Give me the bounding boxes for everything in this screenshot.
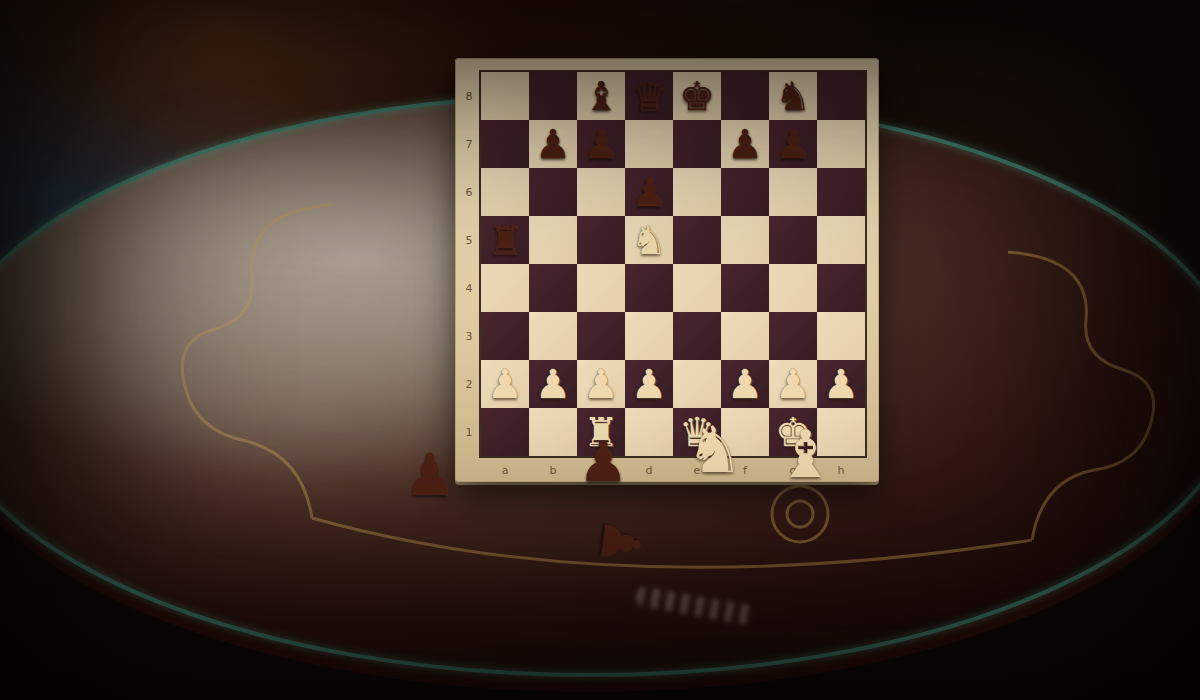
captured-white-knight: ♞ (686, 418, 743, 482)
rank-label-8: 8 (460, 72, 478, 120)
square-f4 (721, 264, 769, 312)
black-king-e8: ♚ (679, 76, 715, 116)
square-d4 (625, 264, 673, 312)
white-pawn-f2: ♟ (727, 364, 763, 404)
square-g2: ♟ (769, 360, 817, 408)
rank-label-7: 7 (460, 120, 478, 168)
captured-white-bishop: ♝ (776, 422, 835, 488)
piece-shadow (408, 498, 452, 510)
white-pawn-b2: ♟ (535, 364, 571, 404)
black-pawn-g7: ♟ (775, 124, 811, 164)
square-e7 (673, 120, 721, 168)
square-a4 (481, 264, 529, 312)
white-pawn-a2: ♟ (487, 364, 523, 404)
square-f6 (721, 168, 769, 216)
square-b5 (529, 216, 577, 264)
square-d8: ♛ (625, 72, 673, 120)
captured-black-pawn-fallen: ♟ (593, 516, 650, 569)
square-f2: ♟ (721, 360, 769, 408)
square-a7 (481, 120, 529, 168)
square-d3 (625, 312, 673, 360)
square-b6 (529, 168, 577, 216)
file-label-b: b (529, 464, 577, 477)
square-a6 (481, 168, 529, 216)
white-pawn-c2: ♟ (583, 364, 619, 404)
square-h5 (817, 216, 865, 264)
file-label-a: a (481, 464, 529, 477)
square-a8 (481, 72, 529, 120)
square-f8 (721, 72, 769, 120)
square-a3 (481, 312, 529, 360)
square-c7: ♟ (577, 120, 625, 168)
square-g6 (769, 168, 817, 216)
square-e4 (673, 264, 721, 312)
square-c4 (577, 264, 625, 312)
black-pawn-f7: ♟ (727, 124, 763, 164)
black-pawn-c7: ♟ (583, 124, 619, 164)
chessboard: ♝♛♚♞♟♟♟♟♟♜♞♟♟♟♟♟♟♟♜♛♚ (481, 72, 865, 456)
square-g4 (769, 264, 817, 312)
square-b8 (529, 72, 577, 120)
square-d2: ♟ (625, 360, 673, 408)
black-queen-d8: ♛ (631, 76, 667, 116)
square-h7 (817, 120, 865, 168)
square-e6 (673, 168, 721, 216)
square-g3 (769, 312, 817, 360)
square-d5: ♞ (625, 216, 673, 264)
rank-label-3: 3 (460, 312, 478, 360)
square-h4 (817, 264, 865, 312)
piece-shadow (691, 476, 739, 488)
square-a2: ♟ (481, 360, 529, 408)
square-c6 (577, 168, 625, 216)
scene: 87654321 abcdefgh ♝♛♚♞♟♟♟♟♟♜♞♟♟♟♟♟♟♟♜♛♚ … (0, 0, 1200, 700)
captured-black-pawn: ♟ (578, 434, 628, 490)
square-h6 (817, 168, 865, 216)
square-e2 (673, 360, 721, 408)
white-pawn-h2: ♟ (823, 364, 859, 404)
square-f5 (721, 216, 769, 264)
black-bishop-c8: ♝ (583, 76, 619, 116)
rank-label-5: 5 (460, 216, 478, 264)
square-g7: ♟ (769, 120, 817, 168)
rank-label-6: 6 (460, 168, 478, 216)
black-pawn-b7: ♟ (535, 124, 571, 164)
rank-label-1: 1 (460, 408, 478, 456)
square-a1 (481, 408, 529, 456)
piece-shadow (781, 482, 831, 494)
white-pawn-d2: ♟ (631, 364, 667, 404)
square-d1 (625, 408, 673, 456)
square-b4 (529, 264, 577, 312)
square-d7 (625, 120, 673, 168)
square-c5 (577, 216, 625, 264)
square-b3 (529, 312, 577, 360)
square-e8: ♚ (673, 72, 721, 120)
square-b2: ♟ (529, 360, 577, 408)
square-e3 (673, 312, 721, 360)
square-e5 (673, 216, 721, 264)
square-g8: ♞ (769, 72, 817, 120)
rank-label-4: 4 (460, 264, 478, 312)
square-b1 (529, 408, 577, 456)
black-pawn-d6: ♟ (631, 172, 667, 212)
square-h3 (817, 312, 865, 360)
square-d6: ♟ (625, 168, 673, 216)
captured-black-pawn: ♟ (404, 446, 456, 504)
square-f7: ♟ (721, 120, 769, 168)
black-rook-a5: ♜ (487, 220, 523, 260)
glass-sheen (60, 180, 490, 460)
rank-labels: 87654321 (460, 72, 478, 456)
white-pawn-g2: ♟ (775, 364, 811, 404)
square-h8 (817, 72, 865, 120)
square-f3 (721, 312, 769, 360)
square-c3 (577, 312, 625, 360)
file-label-d: d (625, 464, 673, 477)
square-a5: ♜ (481, 216, 529, 264)
rank-label-2: 2 (460, 360, 478, 408)
square-c2: ♟ (577, 360, 625, 408)
black-knight-g8: ♞ (775, 76, 811, 116)
white-knight-d5: ♞ (631, 220, 667, 260)
square-b7: ♟ (529, 120, 577, 168)
square-c8: ♝ (577, 72, 625, 120)
square-h2: ♟ (817, 360, 865, 408)
square-g5 (769, 216, 817, 264)
